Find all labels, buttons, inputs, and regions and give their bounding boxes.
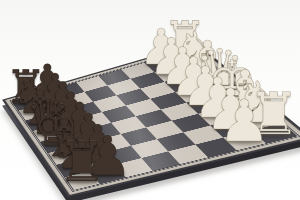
board-grid (12, 49, 296, 190)
chess-set-photo: ♜♞♝♛♚♝♞♜♟♟♟♟♟♟♟♟♟♟♟♟♟♟♟♟♜♞♝♛♚♝♞♜ (0, 0, 300, 200)
